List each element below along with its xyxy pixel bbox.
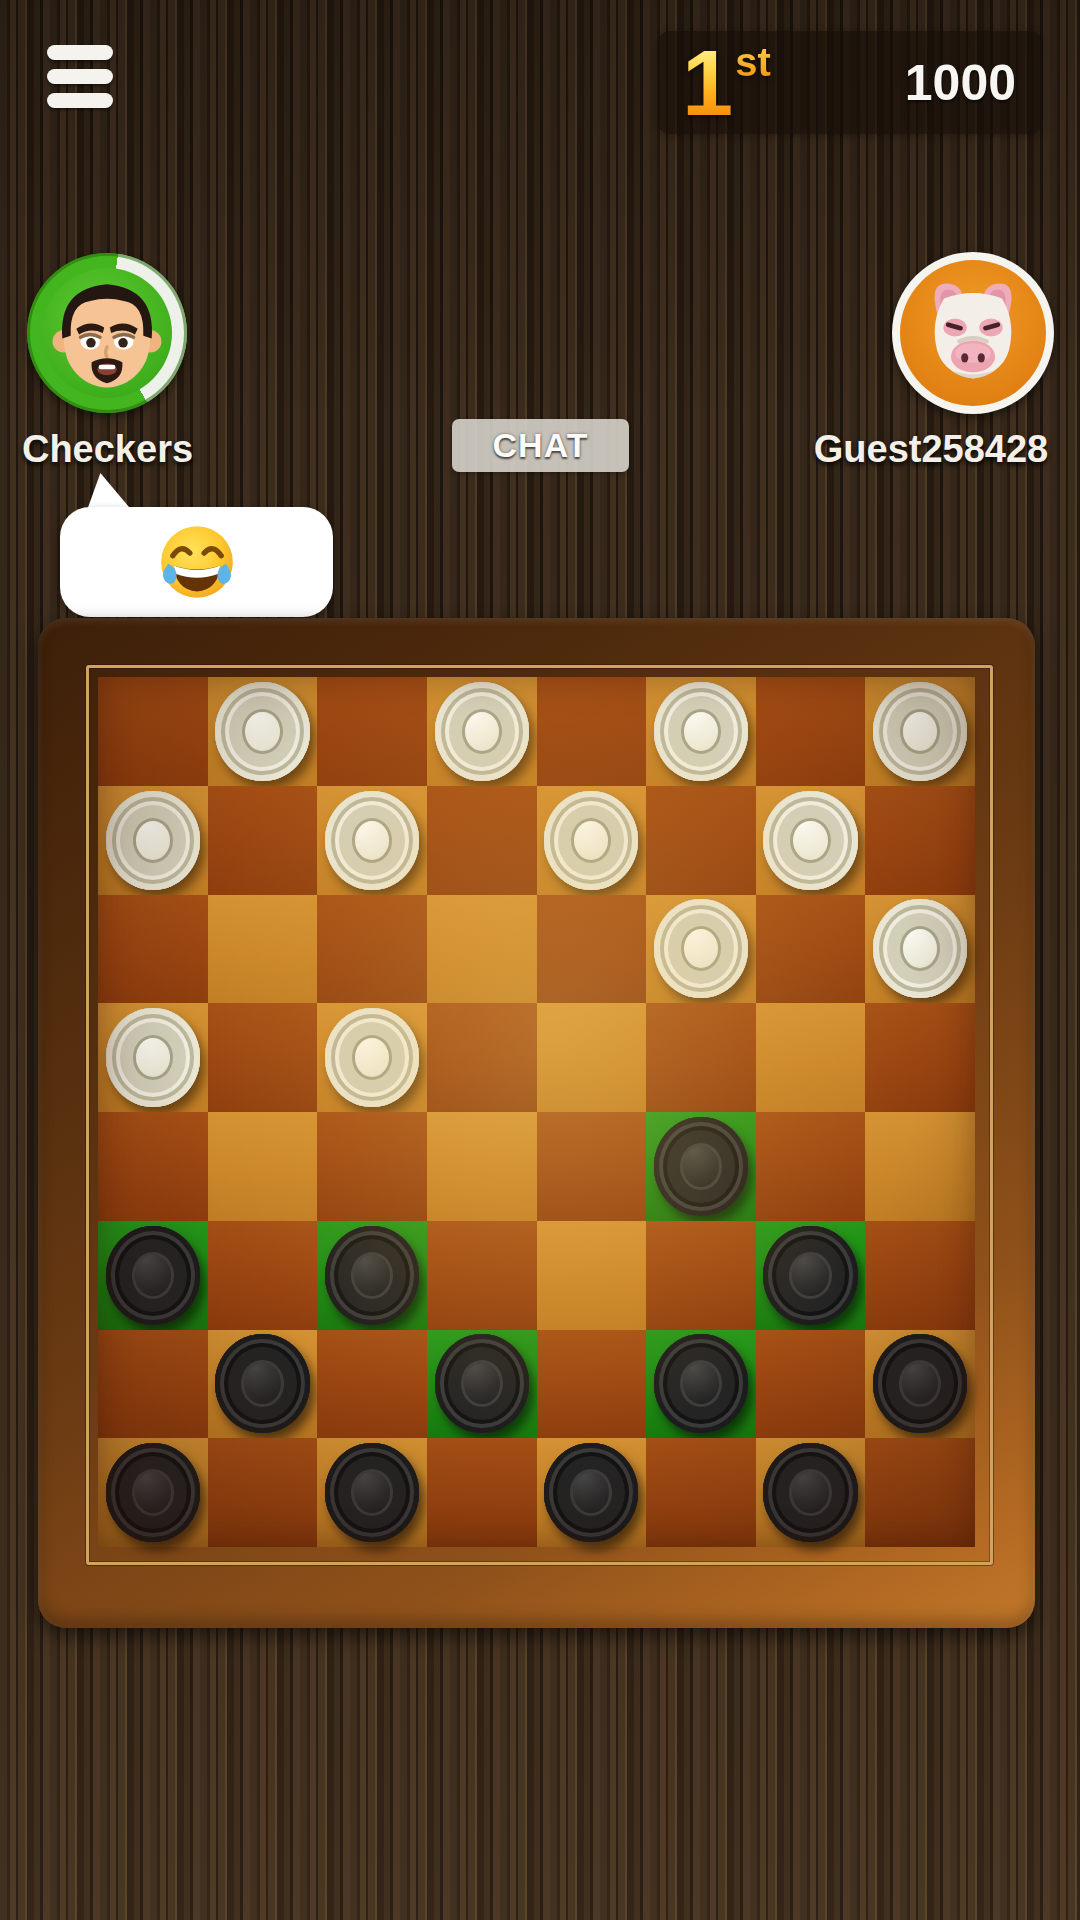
white-piece[interactable] [325,791,419,890]
player-right-avatar[interactable] [892,252,1054,414]
square-r2c7[interactable] [756,786,866,895]
square-r8c1[interactable] [98,1438,208,1547]
square-r2c1[interactable] [98,786,208,895]
square-r5c1 [98,1112,208,1221]
black-piece[interactable] [654,1117,748,1216]
square-r1c2[interactable] [208,677,318,786]
square-r7c7 [756,1330,866,1439]
white-piece[interactable] [435,682,529,781]
white-piece[interactable] [325,1008,419,1107]
square-r5c8[interactable] [865,1112,975,1221]
square-r8c6 [646,1438,756,1547]
square-r5c5 [537,1112,647,1221]
black-piece[interactable] [215,1334,309,1433]
square-r4c8 [865,1003,975,1112]
square-r4c6 [646,1003,756,1112]
square-r7c8[interactable] [865,1330,975,1439]
rank-badge: 1 st [682,40,771,126]
square-r6c8 [865,1221,975,1330]
square-r8c2 [208,1438,318,1547]
square-r7c4[interactable] [427,1330,537,1439]
chat-button-label: CHAT [493,426,589,465]
black-piece[interactable] [325,1443,419,1542]
square-r7c5 [537,1330,647,1439]
square-r6c7[interactable] [756,1221,866,1330]
square-r7c1 [98,1330,208,1439]
square-r3c6[interactable] [646,895,756,1004]
square-r3c5 [537,895,647,1004]
square-r2c3[interactable] [317,786,427,895]
square-r5c4[interactable] [427,1112,537,1221]
square-r1c1 [98,677,208,786]
square-r5c6[interactable] [646,1112,756,1221]
player-right-name: Guest258428 [798,428,1064,471]
rank-value: 1 [682,40,733,126]
player-left-name: Checkers [0,428,215,471]
man-face-icon [40,266,174,400]
square-r1c5 [537,677,647,786]
player-left-avatar[interactable] [27,253,187,413]
white-piece[interactable] [106,1008,200,1107]
white-piece[interactable] [763,791,857,890]
rank-suffix: st [735,42,771,82]
square-r3c2[interactable] [208,895,318,1004]
square-r1c6[interactable] [646,677,756,786]
white-piece[interactable] [873,899,967,998]
pig-face-icon [904,264,1042,402]
black-piece[interactable] [435,1334,529,1433]
square-r7c3 [317,1330,427,1439]
square-r5c3 [317,1112,427,1221]
square-r1c8[interactable] [865,677,975,786]
white-piece[interactable] [873,682,967,781]
menu-button[interactable] [47,45,113,108]
black-piece[interactable] [106,1443,200,1542]
square-r5c2[interactable] [208,1112,318,1221]
black-piece[interactable] [873,1334,967,1433]
square-r4c2 [208,1003,318,1112]
black-piece[interactable] [544,1443,638,1542]
square-r1c4[interactable] [427,677,537,786]
square-r6c4 [427,1221,537,1330]
black-piece[interactable] [763,1443,857,1542]
square-r2c6 [646,786,756,895]
white-piece[interactable] [654,682,748,781]
square-r2c5[interactable] [537,786,647,895]
square-r6c3[interactable] [317,1221,427,1330]
black-piece[interactable] [106,1226,200,1325]
square-r7c2[interactable] [208,1330,318,1439]
square-r8c4 [427,1438,537,1547]
square-r8c5[interactable] [537,1438,647,1547]
square-r4c7[interactable] [756,1003,866,1112]
square-r8c7[interactable] [756,1438,866,1547]
laughing-crying-emoji-icon [154,519,240,605]
white-piece[interactable] [215,682,309,781]
square-r7c6[interactable] [646,1330,756,1439]
score-panel: 1 st 1000 [658,31,1042,134]
square-r1c7 [756,677,866,786]
square-r3c3 [317,895,427,1004]
square-r4c1[interactable] [98,1003,208,1112]
game-screen: 1 st 1000 Checkers [0,0,1080,1920]
square-r6c2 [208,1221,318,1330]
square-r4c5[interactable] [537,1003,647,1112]
square-r5c7 [756,1112,866,1221]
square-r2c2 [208,786,318,895]
black-piece[interactable] [325,1226,419,1325]
chat-button[interactable]: CHAT [452,419,629,472]
square-r3c4[interactable] [427,895,537,1004]
square-r3c7 [756,895,866,1004]
square-r2c4 [427,786,537,895]
square-r8c8 [865,1438,975,1547]
white-piece[interactable] [106,791,200,890]
hamburger-icon [47,45,113,60]
square-r6c6 [646,1221,756,1330]
square-r8c3[interactable] [317,1438,427,1547]
white-piece[interactable] [654,899,748,998]
square-r1c3 [317,677,427,786]
white-piece[interactable] [544,791,638,890]
score-value: 1000 [905,54,1016,112]
square-r3c8[interactable] [865,895,975,1004]
square-r4c3[interactable] [317,1003,427,1112]
chat-bubble [60,507,333,617]
square-r6c1[interactable] [98,1221,208,1330]
black-piece[interactable] [763,1226,857,1325]
square-r3c1 [98,895,208,1004]
square-r4c4 [427,1003,537,1112]
black-piece[interactable] [654,1334,748,1433]
square-r2c8 [865,786,975,895]
square-r6c5[interactable] [537,1221,647,1330]
board-squares [98,677,975,1547]
